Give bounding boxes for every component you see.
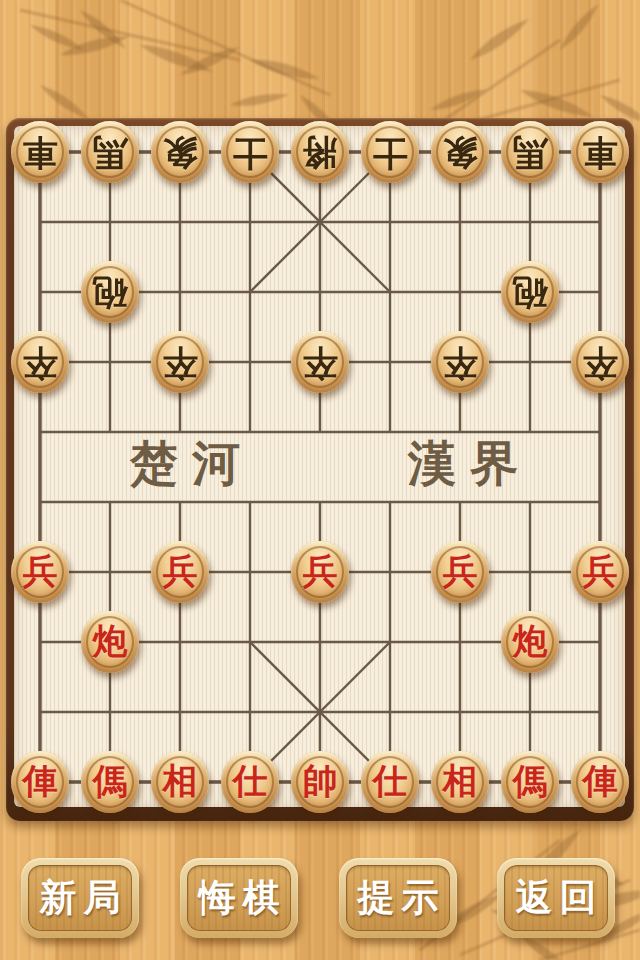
river-label-han-jie: 漢界 xyxy=(408,437,532,489)
piece-black-rook[interactable]: 車 xyxy=(571,121,629,183)
piece-glyph-soldier: 卒 xyxy=(11,331,69,393)
piece-glyph-soldier: 卒 xyxy=(291,331,349,393)
piece-glyph-horse: 傌 xyxy=(81,751,139,813)
piece-glyph-elephant: 相 xyxy=(431,751,489,813)
piece-glyph-soldier: 卒 xyxy=(431,331,489,393)
piece-red-cannon[interactable]: 炮 xyxy=(81,611,139,673)
hint-button[interactable]: 提示 xyxy=(339,858,457,938)
piece-red-soldier[interactable]: 兵 xyxy=(431,541,489,603)
piece-black-elephant[interactable]: 象 xyxy=(431,121,489,183)
piece-black-advisor[interactable]: 士 xyxy=(361,121,419,183)
piece-glyph-cannon: 砲 xyxy=(501,261,559,323)
piece-glyph-elephant: 象 xyxy=(431,121,489,183)
river-label-chu-he: 楚河 xyxy=(130,437,254,489)
piece-red-general[interactable]: 帥 xyxy=(291,751,349,813)
piece-glyph-soldier: 兵 xyxy=(291,541,349,603)
piece-red-cannon[interactable]: 炮 xyxy=(501,611,559,673)
piece-glyph-soldier: 兵 xyxy=(431,541,489,603)
piece-red-soldier[interactable]: 兵 xyxy=(291,541,349,603)
piece-glyph-advisor: 士 xyxy=(361,121,419,183)
piece-glyph-soldier: 兵 xyxy=(151,541,209,603)
hint-button-label: 提示 xyxy=(358,873,446,923)
piece-black-soldier[interactable]: 卒 xyxy=(151,331,209,393)
piece-black-cannon[interactable]: 砲 xyxy=(501,261,559,323)
piece-glyph-advisor: 士 xyxy=(221,121,279,183)
piece-black-rook[interactable]: 車 xyxy=(11,121,69,183)
piece-glyph-rook: 車 xyxy=(11,121,69,183)
new-game-button[interactable]: 新局 xyxy=(21,858,139,938)
piece-glyph-cannon: 砲 xyxy=(81,261,139,323)
piece-glyph-horse: 傌 xyxy=(501,751,559,813)
piece-black-soldier[interactable]: 卒 xyxy=(11,331,69,393)
piece-black-horse[interactable]: 馬 xyxy=(81,121,139,183)
new-game-button-label: 新局 xyxy=(40,873,128,923)
piece-black-horse[interactable]: 馬 xyxy=(501,121,559,183)
back-button[interactable]: 返回 xyxy=(497,858,615,938)
piece-red-soldier[interactable]: 兵 xyxy=(571,541,629,603)
piece-glyph-general: 帥 xyxy=(291,751,349,813)
piece-black-cannon[interactable]: 砲 xyxy=(81,261,139,323)
piece-glyph-soldier: 兵 xyxy=(11,541,69,603)
piece-black-soldier[interactable]: 卒 xyxy=(571,331,629,393)
piece-red-soldier[interactable]: 兵 xyxy=(11,541,69,603)
hint-button-face: 提示 xyxy=(346,865,450,931)
board-grid-lines xyxy=(6,118,634,821)
piece-red-soldier[interactable]: 兵 xyxy=(151,541,209,603)
piece-black-soldier[interactable]: 卒 xyxy=(291,331,349,393)
back-button-label: 返回 xyxy=(516,873,604,923)
piece-red-horse[interactable]: 傌 xyxy=(81,751,139,813)
piece-glyph-rook: 俥 xyxy=(11,751,69,813)
piece-glyph-cannon: 炮 xyxy=(81,611,139,673)
xiangqi-board xyxy=(6,118,634,821)
piece-black-soldier[interactable]: 卒 xyxy=(431,331,489,393)
piece-black-elephant[interactable]: 象 xyxy=(151,121,209,183)
xiangqi-app: 楚河 漢界 車馬象士將士象馬車砲砲卒卒卒卒卒兵兵兵兵兵炮炮俥傌相仕帥仕相傌俥 新… xyxy=(0,0,640,960)
piece-glyph-advisor: 仕 xyxy=(221,751,279,813)
piece-glyph-general: 將 xyxy=(291,121,349,183)
piece-red-rook[interactable]: 俥 xyxy=(571,751,629,813)
piece-red-elephant[interactable]: 相 xyxy=(151,751,209,813)
undo-move-button[interactable]: 悔棋 xyxy=(180,858,298,938)
undo-move-button-label: 悔棋 xyxy=(199,873,287,923)
new-game-button-face: 新局 xyxy=(28,865,132,931)
piece-red-advisor[interactable]: 仕 xyxy=(221,751,279,813)
toolbar: 新局 悔棋 提示 返回 xyxy=(0,858,640,938)
piece-red-horse[interactable]: 傌 xyxy=(501,751,559,813)
piece-glyph-rook: 俥 xyxy=(571,751,629,813)
undo-move-button-face: 悔棋 xyxy=(187,865,291,931)
piece-glyph-elephant: 象 xyxy=(151,121,209,183)
piece-glyph-elephant: 相 xyxy=(151,751,209,813)
piece-glyph-soldier: 卒 xyxy=(151,331,209,393)
piece-glyph-advisor: 仕 xyxy=(361,751,419,813)
piece-glyph-horse: 馬 xyxy=(81,121,139,183)
piece-red-advisor[interactable]: 仕 xyxy=(361,751,419,813)
piece-glyph-soldier: 兵 xyxy=(571,541,629,603)
piece-black-advisor[interactable]: 士 xyxy=(221,121,279,183)
piece-red-elephant[interactable]: 相 xyxy=(431,751,489,813)
piece-glyph-soldier: 卒 xyxy=(571,331,629,393)
back-button-face: 返回 xyxy=(504,865,608,931)
piece-glyph-horse: 馬 xyxy=(501,121,559,183)
piece-red-rook[interactable]: 俥 xyxy=(11,751,69,813)
piece-black-general[interactable]: 將 xyxy=(291,121,349,183)
piece-glyph-rook: 車 xyxy=(571,121,629,183)
piece-glyph-cannon: 炮 xyxy=(501,611,559,673)
